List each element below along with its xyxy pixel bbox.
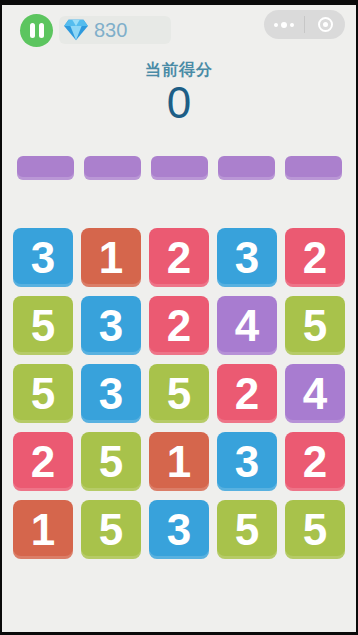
tile-r5c2[interactable]: 5	[81, 500, 141, 559]
pause-icon	[39, 23, 44, 38]
tile-r2c3[interactable]: 2	[149, 296, 209, 355]
tile-r3c1[interactable]: 5	[13, 364, 73, 423]
round-bar-5	[285, 156, 342, 180]
tile-r3c4[interactable]: 2	[217, 364, 277, 423]
score-value: 0	[2, 81, 356, 125]
tile-r4c2[interactable]: 5	[81, 432, 141, 491]
miniprogram-capsule	[264, 10, 345, 39]
tile-r5c4[interactable]: 5	[217, 500, 277, 559]
tile-r1c1[interactable]: 3	[13, 228, 73, 287]
ellipsis-icon	[290, 23, 294, 27]
round-bars	[2, 156, 356, 180]
tile-r1c3[interactable]: 2	[149, 228, 209, 287]
pause-icon	[30, 23, 35, 38]
gem-counter-badge[interactable]: 830	[59, 16, 171, 44]
round-bar-4	[218, 156, 275, 180]
tile-r1c2[interactable]: 1	[81, 228, 141, 287]
tile-r1c4[interactable]: 3	[217, 228, 277, 287]
tile-r5c5[interactable]: 5	[285, 500, 345, 559]
exit-button[interactable]	[305, 10, 345, 39]
tile-r3c3[interactable]: 5	[149, 364, 209, 423]
tile-r2c1[interactable]: 5	[13, 296, 73, 355]
round-bar-3	[151, 156, 208, 180]
app-frame: 830 当前得分 0 3123253245535242513215355	[0, 0, 358, 635]
more-button[interactable]	[264, 10, 304, 39]
gem-count: 830	[94, 19, 127, 42]
tile-r3c5[interactable]: 4	[285, 364, 345, 423]
tile-r2c2[interactable]: 3	[81, 296, 141, 355]
round-bar-1	[17, 156, 74, 180]
pause-button[interactable]	[20, 14, 53, 47]
tile-r4c4[interactable]: 3	[217, 432, 277, 491]
tile-r3c2[interactable]: 3	[81, 364, 141, 423]
tile-r5c3[interactable]: 3	[149, 500, 209, 559]
ellipsis-icon	[281, 22, 287, 28]
ellipsis-icon	[274, 23, 278, 27]
tile-r1c5[interactable]: 2	[285, 228, 345, 287]
round-bar-2	[84, 156, 141, 180]
tile-r2c5[interactable]: 5	[285, 296, 345, 355]
tile-r4c1[interactable]: 2	[13, 432, 73, 491]
tile-r4c5[interactable]: 2	[285, 432, 345, 491]
board: 3123253245535242513215355	[13, 228, 345, 559]
circle-target-icon	[318, 17, 333, 32]
tile-r5c1[interactable]: 1	[13, 500, 73, 559]
tile-r4c3[interactable]: 1	[149, 432, 209, 491]
tile-r2c4[interactable]: 4	[217, 296, 277, 355]
gem-icon	[61, 14, 91, 44]
